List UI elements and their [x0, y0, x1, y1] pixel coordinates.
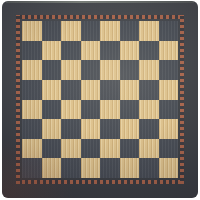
square-f7[interactable] — [120, 41, 140, 61]
inlay-trim-bottom — [16, 180, 184, 184]
square-g7[interactable] — [139, 41, 159, 61]
square-c3[interactable] — [61, 119, 81, 139]
chess-board — [2, 1, 198, 198]
square-b8[interactable] — [42, 21, 62, 41]
square-c8[interactable] — [61, 21, 81, 41]
square-f2[interactable] — [120, 139, 140, 159]
square-a3[interactable] — [22, 119, 42, 139]
square-f4[interactable] — [120, 100, 140, 120]
square-b3[interactable] — [42, 119, 62, 139]
square-g8[interactable] — [139, 21, 159, 41]
square-b2[interactable] — [42, 139, 62, 159]
square-a7[interactable] — [22, 41, 42, 61]
inlay-trim-top — [16, 15, 184, 19]
square-e8[interactable] — [100, 21, 120, 41]
square-g2[interactable] — [139, 139, 159, 159]
square-g5[interactable] — [139, 80, 159, 100]
square-d5[interactable] — [81, 80, 101, 100]
square-c5[interactable] — [61, 80, 81, 100]
square-d6[interactable] — [81, 60, 101, 80]
square-c1[interactable] — [61, 158, 81, 178]
square-f8[interactable] — [120, 21, 140, 41]
square-a4[interactable] — [22, 100, 42, 120]
square-g6[interactable] — [139, 60, 159, 80]
square-b4[interactable] — [42, 100, 62, 120]
square-d1[interactable] — [81, 158, 101, 178]
square-a1[interactable] — [22, 158, 42, 178]
inlay-trim-left — [16, 15, 20, 184]
square-c7[interactable] — [61, 41, 81, 61]
square-e6[interactable] — [100, 60, 120, 80]
square-e2[interactable] — [100, 139, 120, 159]
square-c6[interactable] — [61, 60, 81, 80]
square-d2[interactable] — [81, 139, 101, 159]
square-d7[interactable] — [81, 41, 101, 61]
square-c2[interactable] — [61, 139, 81, 159]
square-h4[interactable] — [159, 100, 179, 120]
square-e1[interactable] — [100, 158, 120, 178]
square-e7[interactable] — [100, 41, 120, 61]
square-g1[interactable] — [139, 158, 159, 178]
square-d4[interactable] — [81, 100, 101, 120]
square-a2[interactable] — [22, 139, 42, 159]
square-h3[interactable] — [159, 119, 179, 139]
square-g3[interactable] — [139, 119, 159, 139]
square-h2[interactable] — [159, 139, 179, 159]
square-e3[interactable] — [100, 119, 120, 139]
square-b7[interactable] — [42, 41, 62, 61]
square-h8[interactable] — [159, 21, 179, 41]
square-b1[interactable] — [42, 158, 62, 178]
square-d3[interactable] — [81, 119, 101, 139]
square-h1[interactable] — [159, 158, 179, 178]
square-a5[interactable] — [22, 80, 42, 100]
square-f5[interactable] — [120, 80, 140, 100]
square-b6[interactable] — [42, 60, 62, 80]
square-h6[interactable] — [159, 60, 179, 80]
square-d8[interactable] — [81, 21, 101, 41]
square-f1[interactable] — [120, 158, 140, 178]
square-b5[interactable] — [42, 80, 62, 100]
square-f6[interactable] — [120, 60, 140, 80]
square-c4[interactable] — [61, 100, 81, 120]
square-f3[interactable] — [120, 119, 140, 139]
square-a6[interactable] — [22, 60, 42, 80]
inlay-trim-right — [180, 15, 184, 184]
square-g4[interactable] — [139, 100, 159, 120]
square-h5[interactable] — [159, 80, 179, 100]
board-grid — [22, 21, 178, 178]
square-h7[interactable] — [159, 41, 179, 61]
photo-background — [0, 0, 200, 200]
square-e5[interactable] — [100, 80, 120, 100]
square-a8[interactable] — [22, 21, 42, 41]
square-e4[interactable] — [100, 100, 120, 120]
